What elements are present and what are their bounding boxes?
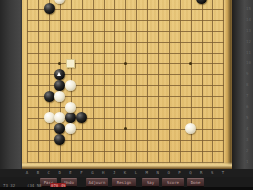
coord-number: 4 — [246, 126, 248, 131]
toolbar-button-score[interactable]: Score — [162, 178, 184, 187]
coord-letter: M — [146, 170, 148, 176]
white-stone — [54, 112, 65, 123]
star-point — [189, 62, 192, 65]
black-stone — [54, 134, 65, 145]
grid-vline — [93, 0, 94, 163]
black-stone — [54, 123, 65, 134]
toolbar-button-done[interactable]: Done — [187, 178, 204, 187]
black-stone — [44, 91, 55, 102]
white-stone — [65, 80, 76, 91]
coord-number: 7 — [246, 93, 248, 98]
black-stone — [76, 112, 87, 123]
coord-letter: P — [178, 170, 180, 176]
coord-letter: A — [26, 170, 28, 176]
coord-number: 11 — [246, 50, 251, 55]
grid-vline — [82, 0, 83, 163]
grid-hline — [27, 53, 224, 54]
grid-hline — [27, 31, 224, 32]
grid-hline — [27, 42, 224, 43]
go-board-surface[interactable] — [22, 0, 232, 169]
grid-vline — [125, 0, 126, 163]
white-stone — [44, 112, 55, 123]
window-bottom-border — [0, 187, 253, 190]
grid-hline — [27, 9, 224, 10]
coord-letter: H — [102, 170, 104, 176]
coord-number: 13 — [246, 28, 251, 33]
grid-vline — [158, 0, 159, 163]
grid-vline — [191, 0, 192, 163]
grid-hline — [27, 107, 224, 108]
coord-number: 8 — [246, 82, 248, 87]
triangle-marker — [57, 72, 61, 76]
coord-letter: O — [167, 170, 169, 176]
coord-letter: S — [211, 170, 213, 176]
grid-vline — [49, 0, 50, 163]
white-stone — [54, 91, 65, 102]
grid-vline — [136, 0, 137, 163]
board-edge-bottom — [22, 162, 232, 169]
grid-vline — [104, 0, 105, 163]
coord-number: 6 — [246, 104, 248, 109]
white-stone — [65, 102, 76, 113]
coord-letter: B — [37, 170, 39, 176]
coord-letter: T — [222, 170, 224, 176]
grid-hline — [27, 20, 224, 21]
black-stone — [196, 0, 207, 4]
coord-number: 14 — [246, 17, 251, 22]
star-point — [124, 62, 127, 65]
coord-number: 1 — [246, 159, 248, 164]
grid-vline — [147, 0, 148, 163]
white-stone — [54, 0, 65, 4]
coord-letter: K — [124, 170, 126, 176]
grid-vline — [38, 0, 39, 163]
white-stone — [65, 123, 76, 134]
white-stone — [185, 123, 196, 134]
coord-letter: N — [157, 170, 159, 176]
column-coordinates: ABCDEFGHJKLMNOPQRST — [0, 169, 253, 177]
coord-number: 3 — [246, 137, 248, 142]
black-stone — [54, 80, 65, 91]
coord-letter: Q — [189, 170, 191, 176]
go-client-window: ABCDEFGHJKLMNOPQRST PassUndoAdjournResig… — [0, 0, 253, 190]
coord-number: 2 — [246, 148, 248, 153]
coord-letter: R — [200, 170, 202, 176]
window-gutter-left — [0, 0, 22, 172]
coord-number: 10 — [246, 60, 251, 65]
black-stone — [44, 3, 55, 14]
coord-letter: C — [48, 170, 50, 176]
coord-number: 9 — [246, 71, 248, 76]
coord-number: 5 — [246, 115, 248, 120]
window-gutter-right — [232, 0, 253, 172]
black-stone — [65, 112, 76, 123]
grid-vline — [169, 0, 170, 163]
toolbar-button-say[interactable]: Say — [142, 178, 159, 187]
coord-letter: G — [91, 170, 93, 176]
star-point — [124, 127, 127, 130]
toolbar-button-resign[interactable]: Resign — [112, 178, 136, 187]
coord-letter: L — [135, 170, 137, 176]
coord-letter: E — [69, 170, 71, 176]
coord-number: 15 — [246, 6, 251, 11]
grid-vline — [202, 0, 203, 163]
board-edge-right — [224, 0, 232, 169]
cursor-square-marker — [66, 59, 75, 68]
grid-vline — [212, 0, 213, 163]
coord-letter: F — [80, 170, 82, 176]
grid-hline — [27, 151, 224, 152]
coord-number: 12 — [246, 39, 251, 44]
grid-vline — [27, 0, 28, 163]
grid-vline — [114, 0, 115, 163]
coord-letter: J — [113, 170, 115, 176]
grid-vline — [180, 0, 181, 163]
coord-letter: D — [58, 170, 60, 176]
toolbar-button-adjourn[interactable]: Adjourn — [86, 178, 108, 187]
